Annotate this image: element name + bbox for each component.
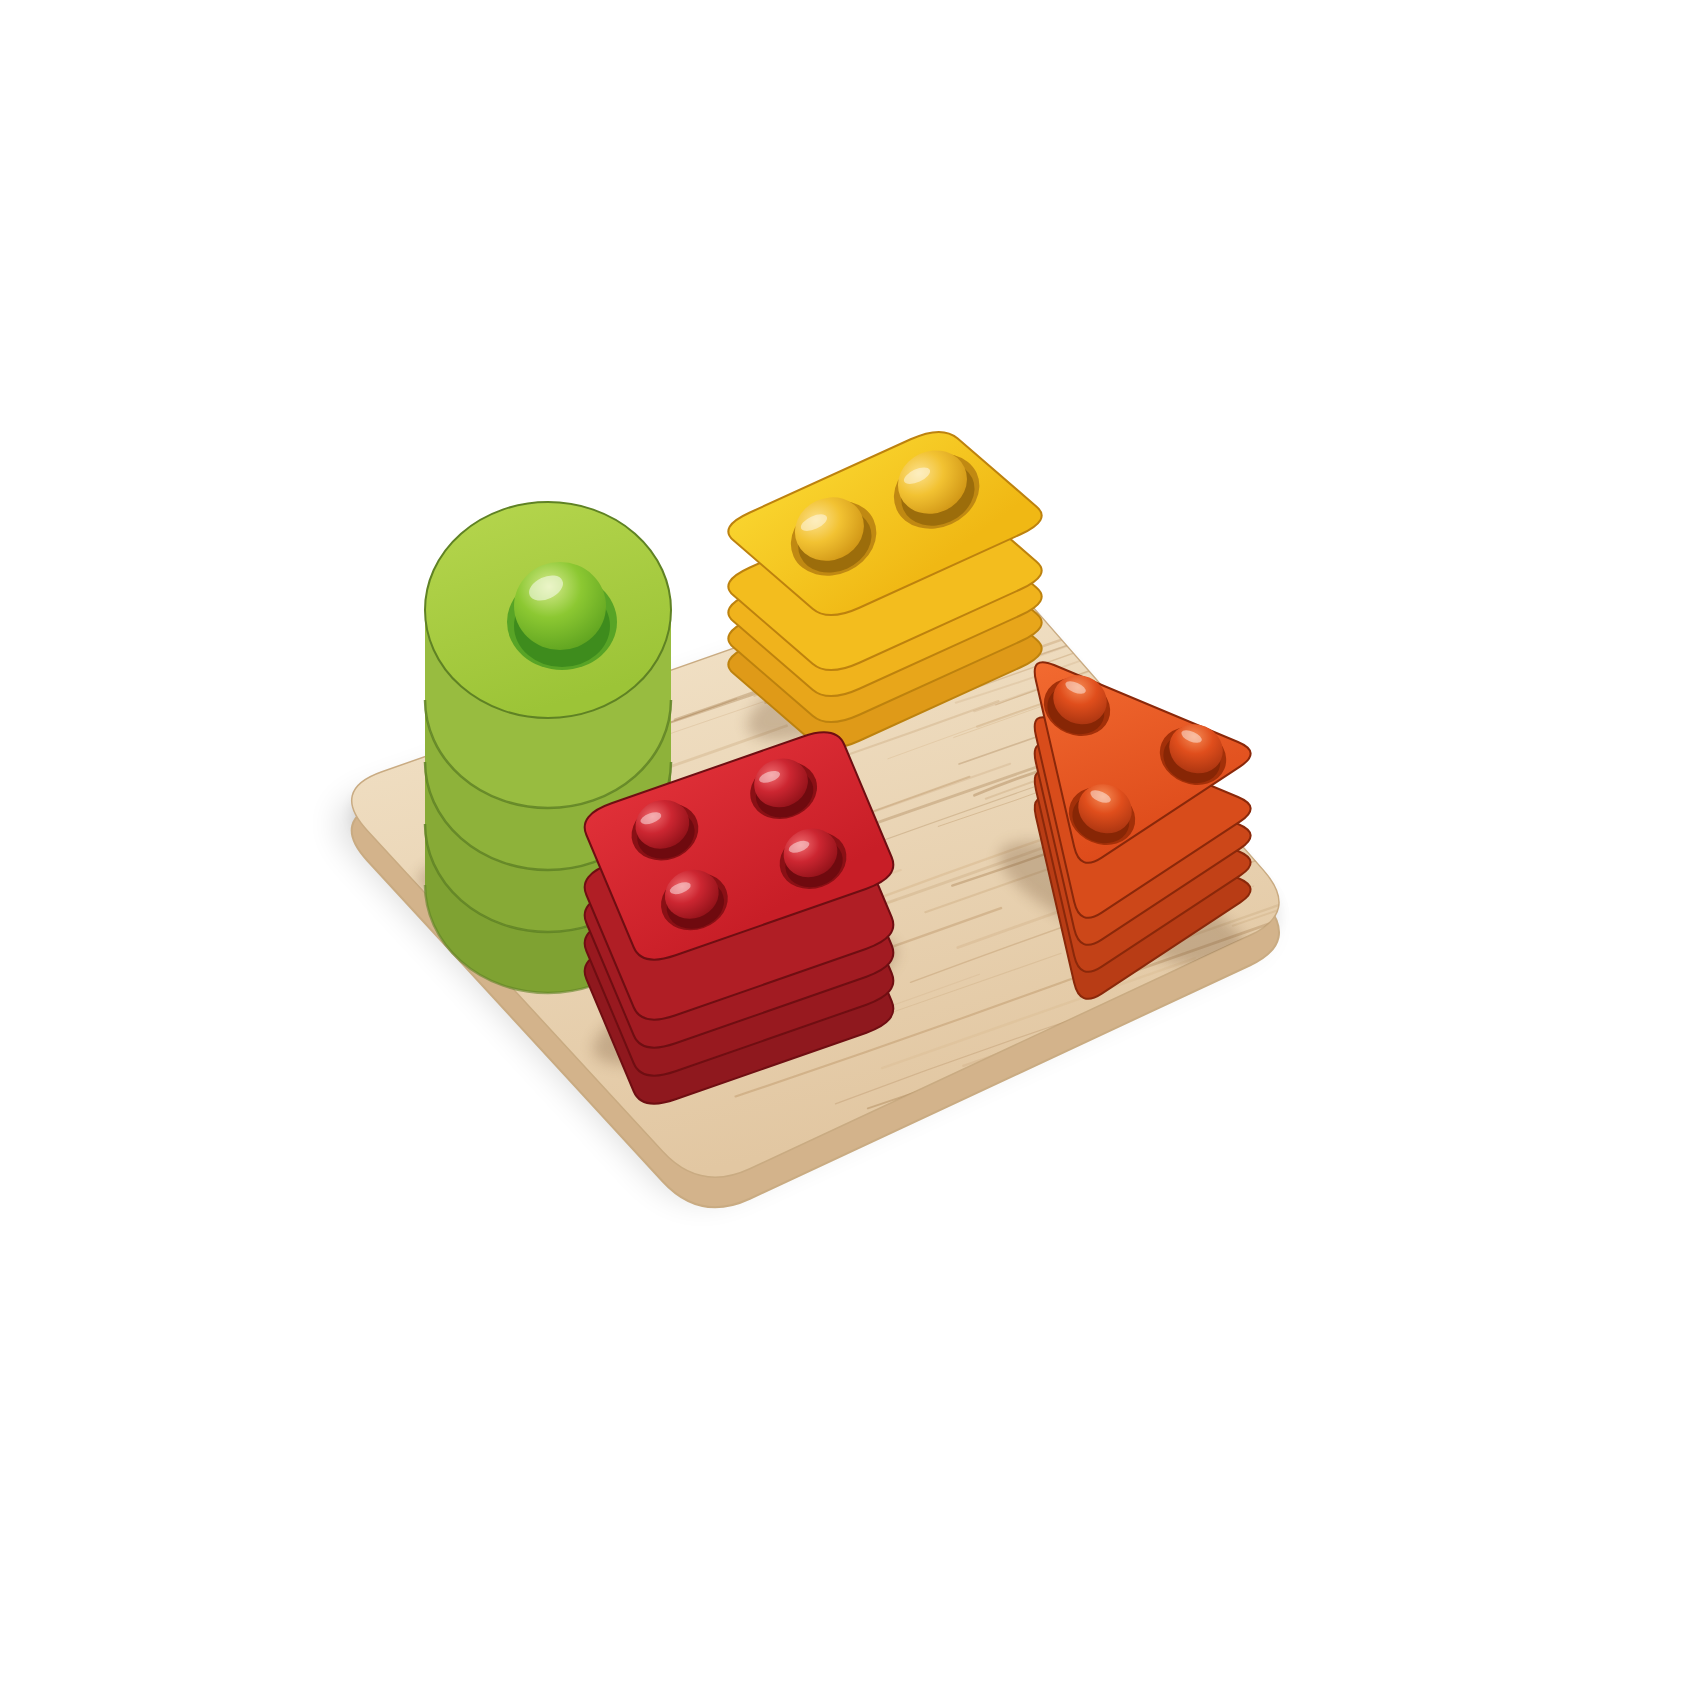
peg-ball-green — [514, 562, 606, 650]
product-photo-shape-sorter — [0, 0, 1700, 1700]
toy-scene — [0, 0, 1700, 1700]
